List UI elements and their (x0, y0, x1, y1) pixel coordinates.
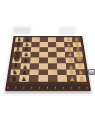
chess-piece-Q: ♛ (75, 50, 81, 57)
chess-piece-p: ♟ (21, 76, 26, 82)
board-cell: ♟ (21, 57, 30, 63)
board-cell: ♜ (76, 75, 86, 82)
board-cell: ♜ (9, 75, 19, 82)
board-cell (30, 57, 39, 63)
product-photo-page: { "game": "chess", "scene_description": … (0, 0, 95, 126)
board-cell: ♟ (66, 75, 76, 82)
board-cell (39, 57, 48, 63)
board-cell (28, 75, 38, 82)
board-cell: ♟ (19, 75, 29, 82)
board-clasp-hinge-icon (88, 69, 95, 75)
board-cell (48, 57, 57, 63)
board-cell (48, 75, 58, 82)
chess-board: ♜♟♟♜♞♟♟♞♝♟♟♝♛♟♟♛♚♟♟♚♝♟♟♝♞♟♟♞♜♟♟♜ (5, 36, 91, 91)
chess-piece-P: ♟ (69, 76, 74, 82)
board-cell (56, 57, 65, 63)
board-cell: ♟ (65, 57, 74, 63)
board-cell (38, 75, 48, 82)
board-cell: ♚ (12, 57, 22, 63)
chess-piece-R: ♜ (79, 76, 84, 82)
board-cell (57, 75, 67, 82)
folding-box-seam (7, 87, 88, 89)
board-cell: ♚ (74, 57, 84, 63)
chess-set-photo: ♜♟♟♜♞♟♟♞♝♟♟♝♛♟♟♛♚♟♟♚♝♟♟♝♞♟♟♞♜♟♟♜ (1, 26, 94, 92)
chess-piece-r: ♜ (11, 76, 16, 82)
chess-board-grid: ♜♟♟♜♞♟♟♞♝♟♟♝♛♟♟♛♚♟♟♚♝♟♟♝♞♟♟♞♜♟♟♜ (9, 37, 86, 81)
chess-piece-q: ♛ (14, 50, 20, 57)
